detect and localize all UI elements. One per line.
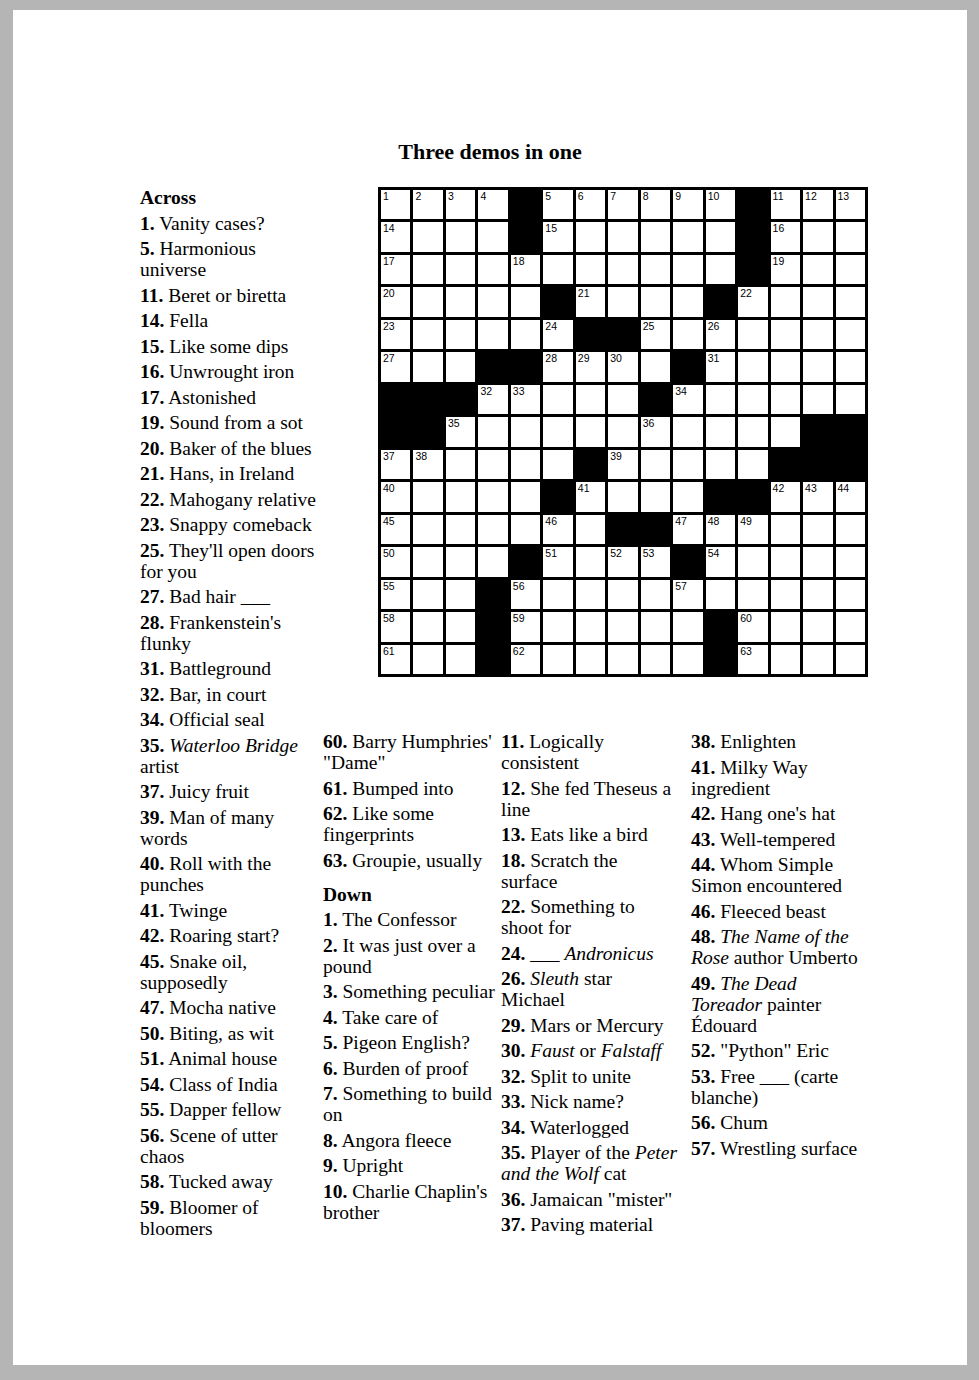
letter-cell-r3c8[interactable] (608, 255, 637, 284)
letter-cell-r6c2[interactable] (413, 352, 442, 381)
clue: 62. Like some fingerprints (323, 803, 501, 845)
letter-cell-r12c7[interactable] (576, 547, 605, 576)
letter-cell-r2c8[interactable] (608, 222, 637, 251)
letter-cell-r13c2[interactable] (413, 580, 442, 609)
letter-cell-r15c15[interactable] (836, 645, 865, 674)
letter-cell-r13c7[interactable] (576, 580, 605, 609)
letter-cell-r13c13[interactable] (771, 580, 800, 609)
letter-cell-r5c14[interactable] (803, 320, 832, 349)
letter-cell-r11c5[interactable] (511, 515, 540, 544)
letter-cell-r13c6[interactable] (543, 580, 572, 609)
cell-number: 51 (545, 547, 557, 559)
clue: 51. Animal house (140, 1048, 322, 1069)
letter-cell-r15c3[interactable] (446, 645, 475, 674)
block-cell-r7c3 (446, 385, 475, 414)
clue: 27. Bad hair ___ (140, 586, 322, 607)
page-title: Three demos in one (13, 139, 967, 165)
letter-cell-r15c7[interactable] (576, 645, 605, 674)
block-cell-r7c2 (413, 385, 442, 414)
letter-cell-r7c6[interactable] (543, 385, 572, 414)
clue-column-4: 38. Enlighten41. Milky Way ingredient42.… (691, 731, 863, 1163)
clue: 34. Waterlogged (501, 1117, 677, 1138)
letter-cell-r13c5[interactable]: 56 (511, 580, 540, 609)
letter-cell-r15c14[interactable] (803, 645, 832, 674)
letter-cell-r1c9[interactable]: 8 (641, 190, 670, 219)
clue: 37. Paving material (501, 1214, 677, 1235)
clue: 47. Mocha native (140, 997, 322, 1018)
letter-cell-r3c9[interactable] (641, 255, 670, 284)
letter-cell-r4c3[interactable] (446, 287, 475, 316)
letter-cell-r12c8[interactable]: 52 (608, 547, 637, 576)
letter-cell-r9c12[interactable] (738, 450, 767, 479)
letter-cell-r7c12[interactable] (738, 385, 767, 414)
letter-cell-r6c14[interactable] (803, 352, 832, 381)
letter-cell-r13c8[interactable] (608, 580, 637, 609)
cell-number: 39 (610, 450, 622, 462)
letter-cell-r12c15[interactable] (836, 547, 865, 576)
block-cell-r6c5 (511, 352, 540, 381)
page-background: { "game": "crossword", "title": "Three d… (0, 0, 979, 1380)
letter-cell-r5c15[interactable] (836, 320, 865, 349)
letter-cell-r5c1[interactable]: 23 (381, 320, 410, 349)
cell-number: 28 (545, 352, 557, 364)
letter-cell-r2c1[interactable]: 14 (381, 222, 410, 251)
letter-cell-r13c12[interactable] (738, 580, 767, 609)
clue: 4. Take care of (323, 1007, 501, 1028)
letter-cell-r2c6[interactable]: 15 (543, 222, 572, 251)
letter-cell-r7c10[interactable]: 34 (673, 385, 702, 414)
clue: 22. Mahogany relative (140, 489, 322, 510)
letter-cell-r11c14[interactable] (803, 515, 832, 544)
cell-number: 43 (805, 482, 817, 494)
letter-cell-r6c12[interactable] (738, 352, 767, 381)
letter-cell-r7c4[interactable]: 32 (478, 385, 507, 414)
letter-cell-r11c7[interactable] (576, 515, 605, 544)
letter-cell-r9c10[interactable] (673, 450, 702, 479)
clue: 56. Chum (691, 1112, 863, 1133)
letter-cell-r11c4[interactable] (478, 515, 507, 544)
letter-cell-r14c7[interactable] (576, 612, 605, 641)
clue-column-2: 60. Barry Humphries' "Dame"61. Bumped in… (323, 731, 501, 1227)
cell-number: 42 (773, 482, 785, 494)
letter-cell-r3c7[interactable] (576, 255, 605, 284)
letter-cell-r5c2[interactable] (413, 320, 442, 349)
cell-number: 52 (610, 547, 622, 559)
clue: 39. Man of many words (140, 807, 322, 849)
letter-cell-r14c14[interactable] (803, 612, 832, 641)
letter-cell-r3c10[interactable] (673, 255, 702, 284)
clue: 48. The Name of the Rose author Umberto (691, 926, 863, 968)
block-cell-r9c7 (576, 450, 605, 479)
letter-cell-r2c3[interactable] (446, 222, 475, 251)
block-cell-r1c12 (738, 190, 767, 219)
letter-cell-r13c9[interactable] (641, 580, 670, 609)
cell-number: 48 (708, 515, 720, 527)
clue: 26. Sleuth star Michael (501, 968, 677, 1010)
letter-cell-r12c12[interactable] (738, 547, 767, 576)
letter-cell-r7c14[interactable] (803, 385, 832, 414)
block-cell-r12c5 (511, 547, 540, 576)
letter-cell-r14c6[interactable] (543, 612, 572, 641)
clue: 32. Bar, in court (140, 684, 322, 705)
letter-cell-r8c9[interactable]: 36 (641, 417, 670, 446)
letter-cell-r15c5[interactable]: 62 (511, 645, 540, 674)
letter-cell-r5c9[interactable]: 25 (641, 320, 670, 349)
cell-number: 30 (610, 352, 622, 364)
clue: 54. Class of India (140, 1074, 322, 1095)
cell-number: 63 (740, 645, 752, 657)
letter-cell-r9c9[interactable] (641, 450, 670, 479)
letter-cell-r12c6[interactable]: 51 (543, 547, 572, 576)
letter-cell-r10c4[interactable] (478, 482, 507, 511)
puzzle-page: Three demos in one 123456789101112131415… (13, 10, 967, 1365)
letter-cell-r13c3[interactable] (446, 580, 475, 609)
cell-number: 8 (643, 190, 649, 202)
cell-number: 53 (643, 547, 655, 559)
letter-cell-r12c14[interactable] (803, 547, 832, 576)
letter-cell-r2c7[interactable] (576, 222, 605, 251)
letter-cell-r10c7[interactable]: 41 (576, 482, 605, 511)
letter-cell-r3c5[interactable]: 18 (511, 255, 540, 284)
letter-cell-r4c10[interactable] (673, 287, 702, 316)
letter-cell-r8c13[interactable] (771, 417, 800, 446)
letter-cell-r6c9[interactable] (641, 352, 670, 381)
letter-cell-r1c7[interactable]: 6 (576, 190, 605, 219)
letter-cell-r2c11[interactable] (706, 222, 735, 251)
cell-number: 34 (675, 385, 687, 397)
cell-number: 3 (448, 190, 454, 202)
block-cell-r6c4 (478, 352, 507, 381)
clue: 55. Dapper fellow (140, 1099, 322, 1120)
cell-number: 32 (480, 385, 492, 397)
letter-cell-r14c15[interactable] (836, 612, 865, 641)
letter-cell-r13c10[interactable]: 57 (673, 580, 702, 609)
cell-number: 33 (513, 385, 525, 397)
letter-cell-r15c1[interactable]: 61 (381, 645, 410, 674)
letter-cell-r4c13[interactable] (771, 287, 800, 316)
clue: 42. Roaring start? (140, 925, 322, 946)
cell-number: 19 (773, 255, 785, 267)
letter-cell-r3c4[interactable] (478, 255, 507, 284)
letter-cell-r8c7[interactable] (576, 417, 605, 446)
letter-cell-r15c10[interactable] (673, 645, 702, 674)
crossword-grid: 1234567891011121314151617181920212223242… (378, 187, 868, 677)
letter-cell-r5c6[interactable]: 24 (543, 320, 572, 349)
letter-cell-r14c2[interactable] (413, 612, 442, 641)
clue: 59. Bloomer of bloomers (140, 1197, 322, 1239)
cell-number: 17 (383, 255, 395, 267)
across-heading: Across (140, 187, 322, 208)
letter-cell-r1c15[interactable]: 13 (836, 190, 865, 219)
letter-cell-r11c1[interactable]: 45 (381, 515, 410, 544)
letter-cell-r1c4[interactable]: 4 (478, 190, 507, 219)
letter-cell-r7c13[interactable] (771, 385, 800, 414)
letter-cell-r11c3[interactable] (446, 515, 475, 544)
letter-cell-r4c15[interactable] (836, 287, 865, 316)
block-cell-r10c6 (543, 482, 572, 511)
letter-cell-r12c1[interactable]: 50 (381, 547, 410, 576)
letter-cell-r5c11[interactable]: 26 (706, 320, 735, 349)
letter-cell-r10c15[interactable]: 44 (836, 482, 865, 511)
letter-cell-r11c15[interactable] (836, 515, 865, 544)
across-clue-list: 1. Vanity cases?5. Harmonious universe11… (140, 213, 322, 1239)
letter-cell-r1c10[interactable]: 9 (673, 190, 702, 219)
letter-cell-r4c4[interactable] (478, 287, 507, 316)
letter-cell-r4c14[interactable] (803, 287, 832, 316)
letter-cell-r5c12[interactable] (738, 320, 767, 349)
letter-cell-r10c3[interactable] (446, 482, 475, 511)
letter-cell-r12c11[interactable]: 54 (706, 547, 735, 576)
letter-cell-r14c13[interactable] (771, 612, 800, 641)
letter-cell-r2c2[interactable] (413, 222, 442, 251)
letter-cell-r10c8[interactable] (608, 482, 637, 511)
letter-cell-r12c2[interactable] (413, 547, 442, 576)
letter-cell-r11c12[interactable]: 49 (738, 515, 767, 544)
clue: 34. Official seal (140, 709, 322, 730)
letter-cell-r3c13[interactable]: 19 (771, 255, 800, 284)
clue: 40. Roll with the punches (140, 853, 322, 895)
clue: 15. Like some dips (140, 336, 322, 357)
cell-number: 25 (643, 320, 655, 332)
letter-cell-r11c13[interactable] (771, 515, 800, 544)
letter-cell-r14c5[interactable]: 59 (511, 612, 540, 641)
clue: 49. The Dead Toreador painter Édouard (691, 973, 863, 1036)
cell-number: 13 (838, 190, 850, 202)
cell-number: 46 (545, 515, 557, 527)
letter-cell-r6c15[interactable] (836, 352, 865, 381)
letter-cell-r15c8[interactable] (608, 645, 637, 674)
letter-cell-r10c2[interactable] (413, 482, 442, 511)
cell-number: 61 (383, 645, 395, 657)
letter-cell-r11c6[interactable]: 46 (543, 515, 572, 544)
clue: 10. Charlie Chaplin's brother (323, 1181, 501, 1223)
letter-cell-r14c8[interactable] (608, 612, 637, 641)
letter-cell-r13c1[interactable]: 55 (381, 580, 410, 609)
cell-number: 50 (383, 547, 395, 559)
clue: 9. Upright (323, 1155, 501, 1176)
cell-number: 22 (740, 287, 752, 299)
clue: 5. Pigeon English? (323, 1032, 501, 1053)
letter-cell-r4c5[interactable] (511, 287, 540, 316)
letter-cell-r6c3[interactable] (446, 352, 475, 381)
clue: 30. Faust or Falstaff (501, 1040, 677, 1061)
cell-number: 10 (708, 190, 720, 202)
block-cell-r5c7 (576, 320, 605, 349)
down-clue-list-continued: 11. Logically consistent12. She fed Thes… (501, 731, 677, 1235)
letter-cell-r14c10[interactable] (673, 612, 702, 641)
letter-cell-r8c10[interactable] (673, 417, 702, 446)
letter-cell-r9c1[interactable]: 37 (381, 450, 410, 479)
letter-cell-r15c9[interactable] (641, 645, 670, 674)
letter-cell-r15c13[interactable] (771, 645, 800, 674)
letter-cell-r5c4[interactable] (478, 320, 507, 349)
clue: 53. Free ___ (carte blanche) (691, 1066, 863, 1108)
letter-cell-r9c3[interactable] (446, 450, 475, 479)
clue: 44. Whom Simple Simon encountered (691, 854, 863, 896)
letter-cell-r5c10[interactable] (673, 320, 702, 349)
letter-cell-r10c10[interactable] (673, 482, 702, 511)
letter-cell-r15c6[interactable] (543, 645, 572, 674)
clue: 25. They'll open doors for you (140, 540, 322, 582)
letter-cell-r10c14[interactable]: 43 (803, 482, 832, 511)
cell-number: 27 (383, 352, 395, 364)
clue: 5. Harmonious universe (140, 238, 322, 280)
letter-cell-r14c1[interactable]: 58 (381, 612, 410, 641)
letter-cell-r14c12[interactable]: 60 (738, 612, 767, 641)
letter-cell-r4c2[interactable] (413, 287, 442, 316)
letter-cell-r14c9[interactable] (641, 612, 670, 641)
cell-number: 23 (383, 320, 395, 332)
letter-cell-r9c11[interactable] (706, 450, 735, 479)
letter-cell-r1c11[interactable]: 10 (706, 190, 735, 219)
clue-column-1: Across 1. Vanity cases?5. Harmonious uni… (140, 187, 322, 1243)
clue: 1. The Confessor (323, 909, 501, 930)
clue: 29. Mars or Mercury (501, 1015, 677, 1036)
letter-cell-r7c8[interactable] (608, 385, 637, 414)
block-cell-r6c10 (673, 352, 702, 381)
clue: 12. She fed Theseus a line (501, 778, 677, 820)
across-clue-list-continued: 60. Barry Humphries' "Dame"61. Bumped in… (323, 731, 501, 871)
letter-cell-r9c6[interactable] (543, 450, 572, 479)
letter-cell-r3c11[interactable] (706, 255, 735, 284)
letter-cell-r4c1[interactable]: 20 (381, 287, 410, 316)
letter-cell-r6c1[interactable]: 27 (381, 352, 410, 381)
block-cell-r12c10 (673, 547, 702, 576)
letter-cell-r3c6[interactable] (543, 255, 572, 284)
letter-cell-r8c3[interactable]: 35 (446, 417, 475, 446)
letter-cell-r12c4[interactable] (478, 547, 507, 576)
clue: 21. Hans, in Ireland (140, 463, 322, 484)
letter-cell-r9c2[interactable]: 38 (413, 450, 442, 479)
letter-cell-r11c11[interactable]: 48 (706, 515, 735, 544)
letter-cell-r5c5[interactable] (511, 320, 540, 349)
letter-cell-r1c3[interactable]: 3 (446, 190, 475, 219)
letter-cell-r13c14[interactable] (803, 580, 832, 609)
letter-cell-r2c14[interactable] (803, 222, 832, 251)
clue: 7. Something to build on (323, 1083, 501, 1125)
cell-number: 21 (578, 287, 590, 299)
block-cell-r4c6 (543, 287, 572, 316)
letter-cell-r6c8[interactable]: 30 (608, 352, 637, 381)
letter-cell-r9c4[interactable] (478, 450, 507, 479)
letter-cell-r6c7[interactable]: 29 (576, 352, 605, 381)
letter-cell-r11c2[interactable] (413, 515, 442, 544)
block-cell-r2c5 (511, 222, 540, 251)
letter-cell-r9c8[interactable]: 39 (608, 450, 637, 479)
letter-cell-r8c6[interactable] (543, 417, 572, 446)
letter-cell-r6c13[interactable] (771, 352, 800, 381)
letter-cell-r3c2[interactable] (413, 255, 442, 284)
letter-cell-r7c5[interactable]: 33 (511, 385, 540, 414)
letter-cell-r4c8[interactable] (608, 287, 637, 316)
cell-number: 24 (545, 320, 557, 332)
letter-cell-r7c7[interactable] (576, 385, 605, 414)
letter-cell-r1c14[interactable]: 12 (803, 190, 832, 219)
clue: 23. Snappy comeback (140, 514, 322, 535)
clue: 41. Milky Way ingredient (691, 757, 863, 799)
letter-cell-r7c11[interactable] (706, 385, 735, 414)
letter-cell-r3c15[interactable] (836, 255, 865, 284)
letter-cell-r3c3[interactable] (446, 255, 475, 284)
cell-number: 55 (383, 580, 395, 592)
clue: 13. Eats like a bird (501, 824, 677, 845)
letter-cell-r10c9[interactable] (641, 482, 670, 511)
block-cell-r1c5 (511, 190, 540, 219)
letter-cell-r15c12[interactable]: 63 (738, 645, 767, 674)
letter-cell-r2c9[interactable] (641, 222, 670, 251)
clue: 24. ___ Andronicus (501, 943, 677, 964)
letter-cell-r10c5[interactable] (511, 482, 540, 511)
letter-cell-r15c2[interactable] (413, 645, 442, 674)
clue: 35. Waterloo Bridge artist (140, 735, 322, 777)
letter-cell-r8c12[interactable] (738, 417, 767, 446)
letter-cell-r10c13[interactable]: 42 (771, 482, 800, 511)
clue: 18. Scratch the surface (501, 850, 677, 892)
letter-cell-r10c1[interactable]: 40 (381, 482, 410, 511)
letter-cell-r6c11[interactable]: 31 (706, 352, 735, 381)
cell-number: 26 (708, 320, 720, 332)
cell-number: 38 (415, 450, 427, 462)
clue: 22. Something to shoot for (501, 896, 677, 938)
clue: 36. Jamaican "mister" (501, 1189, 677, 1210)
cell-number: 18 (513, 255, 525, 267)
letter-cell-r13c11[interactable] (706, 580, 735, 609)
cell-number: 56 (513, 580, 525, 592)
letter-cell-r5c13[interactable] (771, 320, 800, 349)
letter-cell-r1c1[interactable]: 1 (381, 190, 410, 219)
letter-cell-r2c13[interactable]: 16 (771, 222, 800, 251)
letter-cell-r4c9[interactable] (641, 287, 670, 316)
letter-cell-r1c8[interactable]: 7 (608, 190, 637, 219)
block-cell-r8c1 (381, 417, 410, 446)
letter-cell-r14c3[interactable] (446, 612, 475, 641)
clue: 52. "Python" Eric (691, 1040, 863, 1061)
letter-cell-r12c3[interactable] (446, 547, 475, 576)
letter-cell-r3c1[interactable]: 17 (381, 255, 410, 284)
cell-number: 7 (610, 190, 616, 202)
letter-cell-r9c5[interactable] (511, 450, 540, 479)
letter-cell-r4c12[interactable]: 22 (738, 287, 767, 316)
letter-cell-r7c15[interactable] (836, 385, 865, 414)
block-cell-r9c14 (803, 450, 832, 479)
letter-cell-r8c5[interactable] (511, 417, 540, 446)
clue: 14. Fella (140, 310, 322, 331)
letter-cell-r4c7[interactable]: 21 (576, 287, 605, 316)
letter-cell-r12c9[interactable]: 53 (641, 547, 670, 576)
cell-number: 54 (708, 547, 720, 559)
letter-cell-r5c3[interactable] (446, 320, 475, 349)
letter-cell-r1c2[interactable]: 2 (413, 190, 442, 219)
letter-cell-r3c14[interactable] (803, 255, 832, 284)
letter-cell-r6c6[interactable]: 28 (543, 352, 572, 381)
letter-cell-r8c4[interactable] (478, 417, 507, 446)
letter-cell-r12c13[interactable] (771, 547, 800, 576)
letter-cell-r2c10[interactable] (673, 222, 702, 251)
letter-cell-r11c10[interactable]: 47 (673, 515, 702, 544)
clue: 38. Enlighten (691, 731, 863, 752)
cell-number: 6 (578, 190, 584, 202)
letter-cell-r1c6[interactable]: 5 (543, 190, 572, 219)
letter-cell-r8c11[interactable] (706, 417, 735, 446)
clue: 31. Battleground (140, 658, 322, 679)
clue: 3. Something peculiar (323, 981, 501, 1002)
letter-cell-r1c13[interactable]: 11 (771, 190, 800, 219)
letter-cell-r13c15[interactable] (836, 580, 865, 609)
letter-cell-r8c8[interactable] (608, 417, 637, 446)
letter-cell-r2c4[interactable] (478, 222, 507, 251)
cell-number: 2 (415, 190, 421, 202)
letter-cell-r2c15[interactable] (836, 222, 865, 251)
